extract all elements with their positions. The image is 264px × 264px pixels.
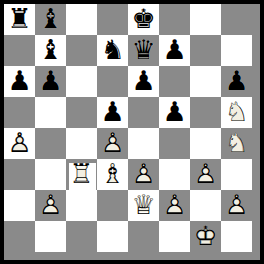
black-bishop-b8: ♗♝ (35, 4, 66, 35)
square-c6[interactable] (66, 66, 97, 97)
square-e3[interactable]: ♟♙ (128, 159, 159, 190)
square-c1[interactable] (66, 221, 97, 252)
square-e1[interactable] (128, 221, 159, 252)
square-b3[interactable] (35, 159, 66, 190)
square-d6[interactable] (97, 66, 128, 97)
black-pawn-f5: ♙♟ (159, 97, 190, 128)
square-c7[interactable] (66, 35, 97, 66)
white-pawn-b2: ♟♙ (35, 190, 66, 221)
square-c3[interactable]: ♜♖ (66, 159, 97, 190)
square-e2[interactable]: ♛♕ (128, 190, 159, 221)
square-h7[interactable] (221, 35, 252, 66)
white-knight-h4: ♞♘ (221, 128, 252, 159)
chess-board: ♖♜♗♝♔♚♗♝♘♞♕♛♙♟♙♟♙♟♙♟♙♟♙♟♙♟♞♘♟♙♟♙♞♘♜♖♝♗♟♙… (4, 4, 252, 252)
square-f1[interactable] (159, 221, 190, 252)
square-h4[interactable]: ♞♘ (221, 128, 252, 159)
square-b1[interactable] (35, 221, 66, 252)
white-pawn-h2: ♟♙ (221, 190, 252, 221)
square-f8[interactable] (159, 4, 190, 35)
square-g5[interactable] (190, 97, 221, 128)
square-g4[interactable] (190, 128, 221, 159)
square-f2[interactable]: ♟♙ (159, 190, 190, 221)
black-pawn-b6: ♙♟ (35, 66, 66, 97)
square-e5[interactable] (128, 97, 159, 128)
black-pawn-d5: ♙♟ (97, 97, 128, 128)
square-e6[interactable]: ♙♟ (128, 66, 159, 97)
square-h1[interactable] (221, 221, 252, 252)
black-knight-d7: ♘♞ (97, 35, 128, 66)
square-g1[interactable]: ♚♔ (190, 221, 221, 252)
white-pawn-f2: ♟♙ (159, 190, 190, 221)
white-pawn-e3: ♟♙ (128, 159, 159, 190)
square-g3[interactable]: ♟♙ (190, 159, 221, 190)
black-pawn-a6: ♙♟ (4, 66, 35, 97)
square-d4[interactable]: ♟♙ (97, 128, 128, 159)
white-halo-c3 (69, 163, 96, 190)
square-h3[interactable] (221, 159, 252, 190)
square-f7[interactable]: ♙♟ (159, 35, 190, 66)
square-a2[interactable] (4, 190, 35, 221)
square-d8[interactable] (97, 4, 128, 35)
square-d3[interactable]: ♝♗ (97, 159, 128, 190)
square-b2[interactable]: ♟♙ (35, 190, 66, 221)
square-d2[interactable] (97, 190, 128, 221)
black-rook-a8: ♖♜ (4, 4, 35, 35)
square-a4[interactable]: ♟♙ (4, 128, 35, 159)
white-bishop-d3: ♝♗ (97, 159, 128, 190)
square-c4[interactable] (66, 128, 97, 159)
white-pawn-d4: ♟♙ (97, 128, 128, 159)
square-a5[interactable] (4, 97, 35, 128)
white-pawn-a4: ♟♙ (4, 128, 35, 159)
black-king-e8: ♔♚ (128, 4, 159, 35)
square-d7[interactable]: ♘♞ (97, 35, 128, 66)
square-b7[interactable]: ♗♝ (35, 35, 66, 66)
white-pawn-g3: ♟♙ (190, 159, 221, 190)
square-f4[interactable] (159, 128, 190, 159)
square-g2[interactable] (190, 190, 221, 221)
square-d5[interactable]: ♙♟ (97, 97, 128, 128)
square-c5[interactable] (66, 97, 97, 128)
square-f3[interactable] (159, 159, 190, 190)
white-knight-h5: ♞♘ (221, 97, 252, 128)
black-pawn-h6: ♙♟ (221, 66, 252, 97)
square-a8[interactable]: ♖♜ (4, 4, 35, 35)
square-f6[interactable] (159, 66, 190, 97)
square-a3[interactable] (4, 159, 35, 190)
square-e4[interactable] (128, 128, 159, 159)
square-e8[interactable]: ♔♚ (128, 4, 159, 35)
square-b6[interactable]: ♙♟ (35, 66, 66, 97)
square-b4[interactable] (35, 128, 66, 159)
white-queen-e2: ♛♕ (128, 190, 159, 221)
square-a6[interactable]: ♙♟ (4, 66, 35, 97)
square-d1[interactable] (97, 221, 128, 252)
square-a1[interactable] (4, 221, 35, 252)
square-f5[interactable]: ♙♟ (159, 97, 190, 128)
diagram-frame: ♖♜♗♝♔♚♗♝♘♞♕♛♙♟♙♟♙♟♙♟♙♟♙♟♙♟♞♘♟♙♟♙♞♘♜♖♝♗♟♙… (0, 0, 264, 264)
square-b5[interactable] (35, 97, 66, 128)
square-c8[interactable] (66, 4, 97, 35)
square-h8[interactable] (221, 4, 252, 35)
square-a7[interactable] (4, 35, 35, 66)
square-h6[interactable]: ♙♟ (221, 66, 252, 97)
square-c2[interactable] (66, 190, 97, 221)
square-h5[interactable]: ♞♘ (221, 97, 252, 128)
black-pawn-e6: ♙♟ (128, 66, 159, 97)
black-bishop-b7: ♗♝ (35, 35, 66, 66)
black-queen-e7: ♕♛ (128, 35, 159, 66)
square-g6[interactable] (190, 66, 221, 97)
square-g7[interactable] (190, 35, 221, 66)
black-pawn-f7: ♙♟ (159, 35, 190, 66)
square-e7[interactable]: ♕♛ (128, 35, 159, 66)
square-h2[interactable]: ♟♙ (221, 190, 252, 221)
square-b8[interactable]: ♗♝ (35, 4, 66, 35)
square-g8[interactable] (190, 4, 221, 35)
white-king-g1: ♚♔ (190, 221, 221, 252)
